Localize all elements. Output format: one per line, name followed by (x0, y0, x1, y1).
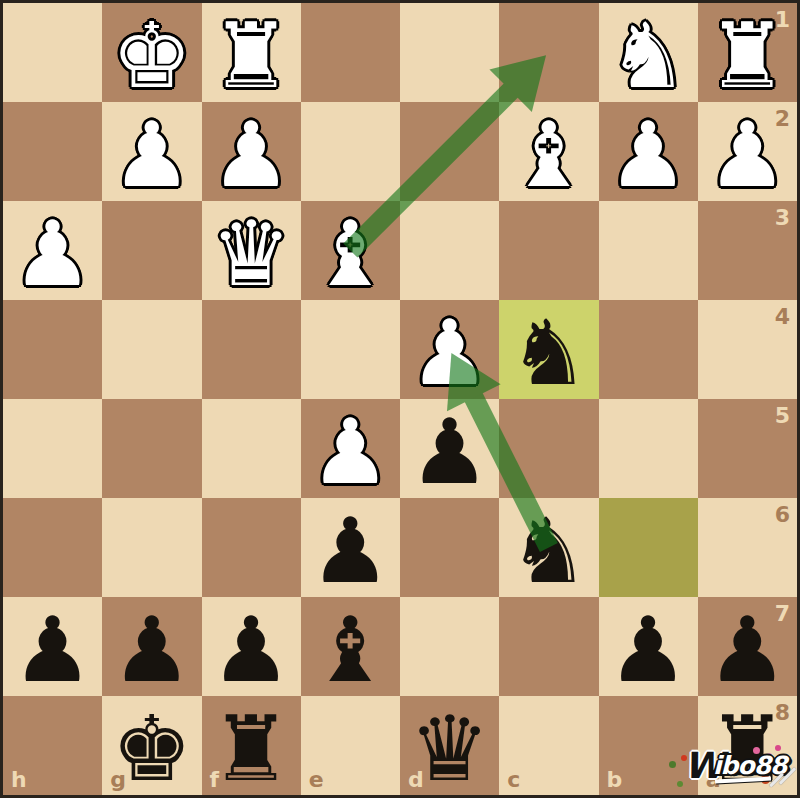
square-g2[interactable]: ♟ (102, 102, 201, 201)
square-f1[interactable]: ♜ (202, 3, 301, 102)
square-d8[interactable]: ♛d (400, 696, 499, 795)
square-e2[interactable] (301, 102, 400, 201)
chess-board-screenshot: ♚♜♞♜1♟♟♝♟♟2♟♛♝3♟♞4♟♟5♟♞6♟♟♟♝♟♟7h♚g♜fe♛dc… (0, 0, 800, 798)
rank-label-1: 1 (775, 9, 790, 31)
square-a1[interactable]: ♜1 (698, 3, 797, 102)
square-f8[interactable]: ♜f (202, 696, 301, 795)
square-d4[interactable]: ♟ (400, 300, 499, 399)
square-b3[interactable] (599, 201, 698, 300)
piece-white-pawn[interactable]: ♟ (310, 407, 391, 497)
piece-black-pawn[interactable]: ♟ (409, 407, 490, 497)
piece-white-pawn[interactable]: ♟ (112, 110, 193, 200)
piece-white-bishop[interactable]: ♝ (310, 209, 391, 299)
square-b8[interactable]: b (599, 696, 698, 795)
square-g6[interactable] (102, 498, 201, 597)
square-a7[interactable]: ♟7 (698, 597, 797, 696)
square-b4[interactable] (599, 300, 698, 399)
square-h1[interactable] (3, 3, 102, 102)
file-label-d: d (408, 769, 424, 791)
piece-black-knight[interactable]: ♞ (509, 308, 590, 398)
rank-label-4: 4 (775, 306, 790, 328)
square-a2[interactable]: ♟2 (698, 102, 797, 201)
piece-black-rook[interactable]: ♜ (211, 704, 292, 794)
square-h2[interactable] (3, 102, 102, 201)
square-c7[interactable] (499, 597, 598, 696)
square-e3[interactable]: ♝ (301, 201, 400, 300)
piece-white-knight[interactable]: ♞ (608, 11, 689, 101)
piece-black-pawn[interactable]: ♟ (12, 605, 93, 695)
square-c3[interactable] (499, 201, 598, 300)
piece-white-pawn[interactable]: ♟ (409, 308, 490, 398)
piece-white-pawn[interactable]: ♟ (608, 110, 689, 200)
rank-label-8: 8 (775, 702, 790, 724)
square-g8[interactable]: ♚g (102, 696, 201, 795)
square-d7[interactable] (400, 597, 499, 696)
file-label-c: c (507, 769, 520, 791)
rank-label-3: 3 (775, 207, 790, 229)
piece-black-pawn[interactable]: ♟ (112, 605, 193, 695)
square-f6[interactable] (202, 498, 301, 597)
piece-white-pawn[interactable]: ♟ (12, 209, 93, 299)
square-c5[interactable] (499, 399, 598, 498)
rank-label-5: 5 (775, 405, 790, 427)
square-g5[interactable] (102, 399, 201, 498)
square-f5[interactable] (202, 399, 301, 498)
rank-label-7: 7 (775, 603, 790, 625)
square-h5[interactable] (3, 399, 102, 498)
square-h8[interactable]: h (3, 696, 102, 795)
piece-black-pawn[interactable]: ♟ (211, 605, 292, 695)
square-g1[interactable]: ♚ (102, 3, 201, 102)
piece-white-bishop[interactable]: ♝ (509, 110, 590, 200)
square-h6[interactable] (3, 498, 102, 597)
piece-black-pawn[interactable]: ♟ (310, 506, 391, 596)
square-g7[interactable]: ♟ (102, 597, 201, 696)
piece-black-bishop[interactable]: ♝ (310, 605, 391, 695)
square-b6[interactable] (599, 498, 698, 597)
file-label-e: e (309, 769, 324, 791)
file-label-a: a (706, 769, 721, 791)
file-label-b: b (607, 769, 623, 791)
square-b7[interactable]: ♟ (599, 597, 698, 696)
piece-white-king[interactable]: ♚ (112, 11, 193, 101)
square-a8[interactable]: ♜8a (698, 696, 797, 795)
square-f3[interactable]: ♛ (202, 201, 301, 300)
piece-black-knight[interactable]: ♞ (509, 506, 590, 596)
square-c1[interactable] (499, 3, 598, 102)
square-d6[interactable] (400, 498, 499, 597)
piece-white-queen[interactable]: ♛ (211, 209, 292, 299)
square-a6[interactable]: 6 (698, 498, 797, 597)
square-g4[interactable] (102, 300, 201, 399)
chess-board: ♚♜♞♜1♟♟♝♟♟2♟♛♝3♟♞4♟♟5♟♞6♟♟♟♝♟♟7h♚g♜fe♛dc… (3, 3, 797, 795)
square-a3[interactable]: 3 (698, 201, 797, 300)
rank-label-6: 6 (775, 504, 790, 526)
square-e5[interactable]: ♟ (301, 399, 400, 498)
square-d3[interactable] (400, 201, 499, 300)
square-f2[interactable]: ♟ (202, 102, 301, 201)
square-h3[interactable]: ♟ (3, 201, 102, 300)
square-c2[interactable]: ♝ (499, 102, 598, 201)
piece-white-rook[interactable]: ♜ (211, 11, 292, 101)
square-c4[interactable]: ♞ (499, 300, 598, 399)
piece-white-pawn[interactable]: ♟ (211, 110, 292, 200)
square-g3[interactable] (102, 201, 201, 300)
square-c8[interactable]: c (499, 696, 598, 795)
file-label-h: h (11, 769, 27, 791)
square-a4[interactable]: 4 (698, 300, 797, 399)
square-f4[interactable] (202, 300, 301, 399)
square-a5[interactable]: 5 (698, 399, 797, 498)
square-d2[interactable] (400, 102, 499, 201)
square-b1[interactable]: ♞ (599, 3, 698, 102)
square-d5[interactable]: ♟ (400, 399, 499, 498)
square-h7[interactable]: ♟ (3, 597, 102, 696)
square-f7[interactable]: ♟ (202, 597, 301, 696)
square-e6[interactable]: ♟ (301, 498, 400, 597)
square-b2[interactable]: ♟ (599, 102, 698, 201)
rank-label-2: 2 (775, 108, 790, 130)
square-h4[interactable] (3, 300, 102, 399)
square-e7[interactable]: ♝ (301, 597, 400, 696)
file-label-f: f (210, 769, 220, 791)
square-e1[interactable] (301, 3, 400, 102)
square-e8[interactable]: e (301, 696, 400, 795)
file-label-g: g (110, 769, 126, 791)
square-c6[interactable]: ♞ (499, 498, 598, 597)
square-e4[interactable] (301, 300, 400, 399)
square-d1[interactable] (400, 3, 499, 102)
square-b5[interactable] (599, 399, 698, 498)
piece-black-pawn[interactable]: ♟ (608, 605, 689, 695)
